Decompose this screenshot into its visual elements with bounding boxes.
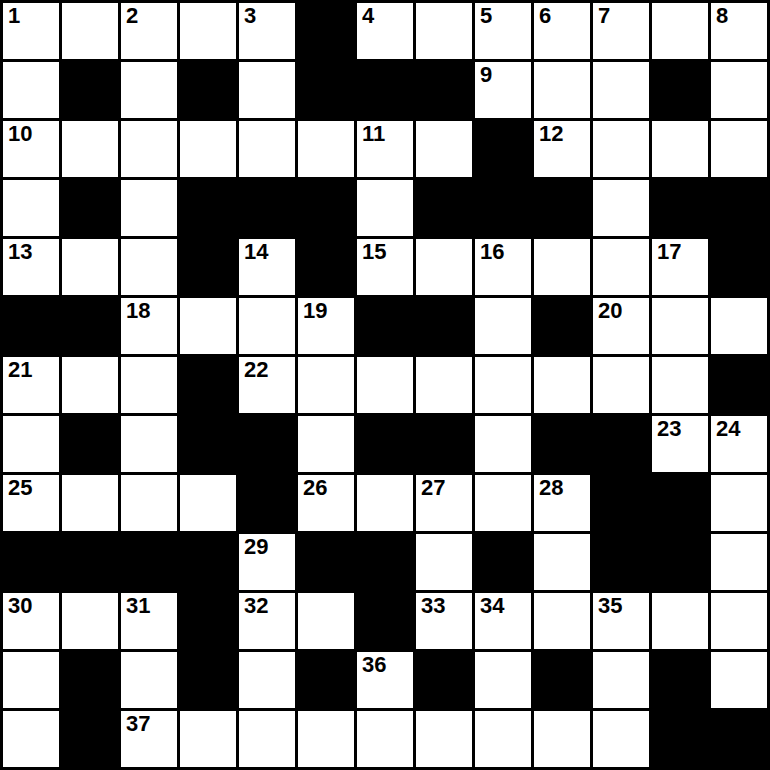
block-cell	[357, 298, 413, 354]
block-cell	[298, 652, 354, 708]
grid-cell[interactable]	[652, 298, 708, 354]
grid-cell[interactable]: 19	[298, 298, 354, 354]
grid-cell[interactable]	[711, 62, 767, 118]
grid-cell[interactable]: 37	[121, 711, 177, 767]
block-cell	[62, 711, 118, 767]
grid-cell[interactable]	[416, 357, 472, 413]
clue-number: 22	[244, 358, 268, 381]
grid-cell[interactable]	[121, 62, 177, 118]
grid-cell[interactable]: 6	[534, 3, 590, 59]
grid-cell[interactable]	[121, 180, 177, 236]
clue-number: 8	[716, 4, 728, 27]
grid-cell[interactable]	[711, 593, 767, 649]
grid-cell[interactable]: 3	[239, 3, 295, 59]
block-cell	[62, 62, 118, 118]
grid-cell[interactable]: 1	[3, 3, 59, 59]
grid-cell[interactable]	[121, 475, 177, 531]
grid-cell[interactable]	[239, 652, 295, 708]
grid-cell[interactable]	[416, 534, 472, 590]
grid-cell[interactable]	[121, 416, 177, 472]
grid-cell[interactable]	[534, 711, 590, 767]
grid-cell[interactable]	[475, 357, 531, 413]
block-cell	[180, 180, 236, 236]
block-cell	[711, 357, 767, 413]
block-cell	[652, 475, 708, 531]
grid-cell[interactable]: 5	[475, 3, 531, 59]
block-cell	[534, 180, 590, 236]
block-cell	[298, 534, 354, 590]
grid-cell[interactable]	[62, 475, 118, 531]
grid-cell[interactable]	[121, 121, 177, 177]
grid-cell[interactable]: 7	[593, 3, 649, 59]
clue-number: 31	[126, 594, 150, 617]
block-cell	[593, 475, 649, 531]
clue-number: 6	[539, 4, 551, 27]
grid-cell[interactable]: 25	[3, 475, 59, 531]
block-cell	[652, 180, 708, 236]
block-cell	[298, 3, 354, 59]
block-cell	[711, 711, 767, 767]
block-cell	[3, 298, 59, 354]
clue-number: 36	[362, 653, 386, 676]
grid-cell[interactable]: 29	[239, 534, 295, 590]
grid-cell[interactable]	[593, 652, 649, 708]
grid-cell[interactable]: 24	[711, 416, 767, 472]
grid-cell[interactable]	[475, 475, 531, 531]
grid-cell[interactable]	[475, 711, 531, 767]
clue-number: 20	[598, 299, 622, 322]
block-cell	[534, 652, 590, 708]
clue-number: 21	[8, 358, 32, 381]
clue-number: 34	[480, 594, 504, 617]
grid-cell[interactable]	[180, 3, 236, 59]
grid-cell[interactable]: 16	[475, 239, 531, 295]
block-cell	[180, 62, 236, 118]
clue-number: 12	[539, 122, 563, 145]
grid-cell[interactable]	[534, 357, 590, 413]
grid-cell[interactable]: 13	[3, 239, 59, 295]
block-cell	[298, 239, 354, 295]
grid-cell[interactable]	[593, 711, 649, 767]
block-cell	[593, 534, 649, 590]
grid-cell[interactable]	[180, 711, 236, 767]
block-cell	[180, 239, 236, 295]
clue-number: 10	[8, 122, 32, 145]
grid-cell[interactable]: 14	[239, 239, 295, 295]
clue-number: 3	[244, 4, 256, 27]
block-cell	[711, 239, 767, 295]
clue-number: 25	[8, 476, 32, 499]
grid-cell[interactable]: 36	[357, 652, 413, 708]
block-cell	[357, 62, 413, 118]
grid-cell[interactable]	[298, 593, 354, 649]
block-cell	[180, 593, 236, 649]
grid-cell[interactable]: 12	[534, 121, 590, 177]
grid-cell[interactable]: 27	[416, 475, 472, 531]
grid-cell[interactable]	[239, 62, 295, 118]
block-cell	[416, 62, 472, 118]
block-cell	[62, 180, 118, 236]
block-cell	[239, 475, 295, 531]
block-cell	[652, 534, 708, 590]
clue-number: 11	[362, 122, 385, 145]
grid-cell[interactable]	[593, 62, 649, 118]
block-cell	[357, 593, 413, 649]
grid-cell[interactable]	[416, 3, 472, 59]
block-cell	[475, 121, 531, 177]
grid-cell[interactable]	[416, 121, 472, 177]
grid-cell[interactable]	[416, 239, 472, 295]
block-cell	[652, 652, 708, 708]
grid-cell[interactable]: 33	[416, 593, 472, 649]
grid-cell[interactable]	[711, 475, 767, 531]
clue-number: 33	[421, 594, 445, 617]
block-cell	[711, 180, 767, 236]
block-cell	[298, 62, 354, 118]
grid-cell[interactable]	[3, 62, 59, 118]
grid-cell[interactable]	[298, 121, 354, 177]
block-cell	[534, 416, 590, 472]
grid-cell[interactable]	[180, 121, 236, 177]
clue-number: 32	[244, 594, 268, 617]
grid-cell[interactable]: 10	[3, 121, 59, 177]
block-cell	[239, 180, 295, 236]
grid-cell[interactable]	[3, 180, 59, 236]
clue-number: 24	[716, 417, 740, 440]
grid-cell[interactable]	[239, 711, 295, 767]
grid-cell[interactable]	[62, 239, 118, 295]
clue-number: 18	[126, 299, 150, 322]
grid-cell[interactable]	[62, 357, 118, 413]
grid-cell[interactable]	[652, 357, 708, 413]
grid-cell[interactable]	[475, 416, 531, 472]
grid-cell[interactable]	[711, 121, 767, 177]
grid-cell[interactable]	[534, 62, 590, 118]
clue-number: 1	[8, 4, 20, 27]
grid-cell[interactable]	[534, 593, 590, 649]
grid-cell[interactable]: 11	[357, 121, 413, 177]
block-cell	[416, 416, 472, 472]
grid-cell[interactable]: 26	[298, 475, 354, 531]
grid-cell[interactable]	[711, 652, 767, 708]
clue-number: 19	[303, 299, 327, 322]
block-cell	[180, 534, 236, 590]
block-cell	[180, 416, 236, 472]
grid-cell[interactable]: 17	[652, 239, 708, 295]
grid-cell[interactable]	[593, 239, 649, 295]
grid-cell[interactable]	[711, 534, 767, 590]
block-cell	[357, 416, 413, 472]
grid-cell[interactable]: 31	[121, 593, 177, 649]
grid-cell[interactable]	[593, 180, 649, 236]
block-cell	[652, 711, 708, 767]
clue-number: 2	[126, 4, 138, 27]
grid-cell[interactable]	[357, 475, 413, 531]
grid-cell[interactable]	[475, 298, 531, 354]
clue-number: 26	[303, 476, 327, 499]
block-cell	[593, 416, 649, 472]
block-cell	[475, 180, 531, 236]
block-cell	[416, 180, 472, 236]
block-cell	[62, 298, 118, 354]
clue-number: 30	[8, 594, 32, 617]
clue-number: 13	[8, 240, 32, 263]
grid-cell[interactable]	[593, 121, 649, 177]
grid-cell[interactable]: 2	[121, 3, 177, 59]
grid-cell[interactable]: 8	[711, 3, 767, 59]
clue-number: 4	[362, 4, 374, 27]
grid-cell[interactable]: 4	[357, 3, 413, 59]
clue-number: 7	[598, 4, 610, 27]
clue-number: 9	[480, 63, 492, 86]
block-cell	[180, 357, 236, 413]
grid-cell[interactable]	[180, 475, 236, 531]
grid-cell[interactable]	[62, 3, 118, 59]
clue-number: 16	[480, 240, 504, 263]
grid-cell[interactable]: 30	[3, 593, 59, 649]
block-cell	[239, 416, 295, 472]
grid-cell[interactable]: 20	[593, 298, 649, 354]
clue-number: 17	[657, 240, 681, 263]
grid-cell[interactable]	[180, 298, 236, 354]
crossword-grid: 1234567891011121314151617181920212223242…	[0, 0, 770, 770]
block-cell	[62, 534, 118, 590]
grid-cell[interactable]	[416, 711, 472, 767]
grid-cell[interactable]	[357, 711, 413, 767]
block-cell	[534, 298, 590, 354]
clue-number: 27	[421, 476, 445, 499]
clue-number: 35	[598, 594, 622, 617]
grid-cell[interactable]	[652, 593, 708, 649]
block-cell	[357, 534, 413, 590]
grid-cell[interactable]	[62, 121, 118, 177]
clue-number: 37	[126, 712, 150, 735]
grid-cell[interactable]	[357, 180, 413, 236]
grid-cell[interactable]	[3, 652, 59, 708]
grid-cell[interactable]	[62, 593, 118, 649]
block-cell	[3, 534, 59, 590]
grid-cell[interactable]	[3, 711, 59, 767]
grid-cell[interactable]	[475, 652, 531, 708]
grid-cell[interactable]	[652, 3, 708, 59]
grid-cell[interactable]	[121, 357, 177, 413]
clue-number: 5	[480, 4, 492, 27]
grid-cell[interactable]: 32	[239, 593, 295, 649]
block-cell	[180, 652, 236, 708]
grid-cell[interactable]: 35	[593, 593, 649, 649]
grid-cell[interactable]: 28	[534, 475, 590, 531]
block-cell	[652, 62, 708, 118]
block-cell	[416, 652, 472, 708]
clue-number: 23	[657, 417, 681, 440]
grid-cell[interactable]	[239, 298, 295, 354]
grid-cell[interactable]	[534, 239, 590, 295]
grid-cell[interactable]	[652, 121, 708, 177]
grid-cell[interactable]	[3, 416, 59, 472]
grid-cell[interactable]	[534, 534, 590, 590]
block-cell	[62, 652, 118, 708]
grid-cell[interactable]: 15	[357, 239, 413, 295]
grid-cell[interactable]	[298, 711, 354, 767]
grid-cell[interactable]: 22	[239, 357, 295, 413]
grid-cell[interactable]	[357, 357, 413, 413]
grid-cell[interactable]: 18	[121, 298, 177, 354]
clue-number: 29	[244, 535, 268, 558]
block-cell	[475, 534, 531, 590]
block-cell	[121, 534, 177, 590]
clue-number: 28	[539, 476, 563, 499]
grid-cell[interactable]	[239, 121, 295, 177]
grid-cell[interactable]: 34	[475, 593, 531, 649]
grid-cell[interactable]	[711, 298, 767, 354]
block-cell	[416, 298, 472, 354]
clue-number: 15	[362, 240, 386, 263]
grid-cell[interactable]	[298, 416, 354, 472]
grid-cell[interactable]: 9	[475, 62, 531, 118]
block-cell	[62, 416, 118, 472]
grid-cell[interactable]	[121, 239, 177, 295]
block-cell	[298, 180, 354, 236]
grid-cell[interactable]: 21	[3, 357, 59, 413]
clue-number: 14	[244, 240, 268, 263]
grid-cell[interactable]: 23	[652, 416, 708, 472]
grid-cell[interactable]	[593, 357, 649, 413]
grid-cell[interactable]	[298, 357, 354, 413]
grid-cell[interactable]	[121, 652, 177, 708]
